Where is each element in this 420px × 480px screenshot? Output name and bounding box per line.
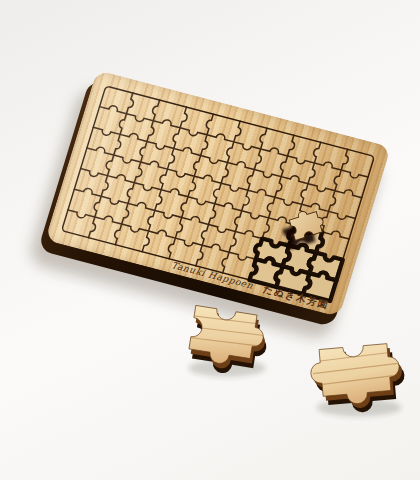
- photo-scene: Tanuki Happoen たぬき木芳園: [0, 0, 420, 480]
- piece-top: [187, 305, 266, 369]
- loose-piece-table-right[interactable]: [293, 326, 417, 430]
- loose-piece-table-left[interactable]: [163, 290, 283, 390]
